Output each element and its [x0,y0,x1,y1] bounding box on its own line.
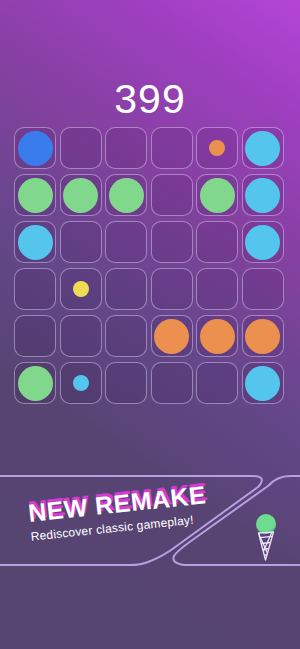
cyan-large-dot[interactable] [245,131,280,166]
cell-r2c1 [14,174,56,216]
score-label: 399 [0,79,300,120]
cell-r3c1 [14,221,56,263]
cell-r5c4 [151,315,193,357]
cell-r6c6 [242,362,284,404]
cell-r3c5 [196,221,238,263]
cell-r4c6 [242,268,284,310]
green-large-dot[interactable] [109,178,144,213]
orange-large-dot[interactable] [245,319,280,354]
cell-r4c5 [196,268,238,310]
cell-r4c2 [60,268,102,310]
app-screen: 399 NEW REMAKE Rediscover cla [0,0,300,649]
cell-r5c1 [14,315,56,357]
ice-cream-cone-icon [248,500,281,561]
cell-r2c6 [242,174,284,216]
cell-r3c6 [242,221,284,263]
green-large-dot[interactable] [200,178,235,213]
cell-r4c4 [151,268,193,310]
cyan-large-dot[interactable] [245,366,280,401]
cell-r6c2 [60,362,102,404]
cell-r4c3 [105,268,147,310]
cell-r6c4 [151,362,193,404]
orange-small-dot[interactable] [209,140,225,156]
orange-large-dot[interactable] [154,319,189,354]
orange-large-dot[interactable] [200,319,235,354]
cell-r5c6 [242,315,284,357]
cell-r5c2 [60,315,102,357]
blue-large-dot[interactable] [18,131,53,166]
cell-r5c3 [105,315,147,357]
cell-r2c2 [60,174,102,216]
cell-r1c3 [105,127,147,169]
cyan-large-dot[interactable] [245,178,280,213]
cell-r3c3 [105,221,147,263]
cell-r4c1 [14,268,56,310]
cell-r1c6 [242,127,284,169]
cyan-large-dot[interactable] [245,225,280,260]
cell-r1c4 [151,127,193,169]
cell-r2c5 [196,174,238,216]
cell-r2c3 [105,174,147,216]
cyan-small-dot[interactable] [73,375,89,391]
cell-r5c5 [196,315,238,357]
board-grid [14,127,284,404]
cell-r3c4 [151,221,193,263]
cell-r1c5 [196,127,238,169]
green-large-dot[interactable] [18,366,53,401]
cell-r1c1 [14,127,56,169]
cell-r2c4 [151,174,193,216]
cell-r6c1 [14,362,56,404]
cell-r1c2 [60,127,102,169]
cell-r6c5 [196,362,238,404]
cyan-large-dot[interactable] [18,225,53,260]
cell-r3c2 [60,221,102,263]
cell-r6c3 [105,362,147,404]
green-large-dot[interactable] [63,178,98,213]
green-large-dot[interactable] [18,178,53,213]
yellow-small-dot[interactable] [73,281,89,297]
